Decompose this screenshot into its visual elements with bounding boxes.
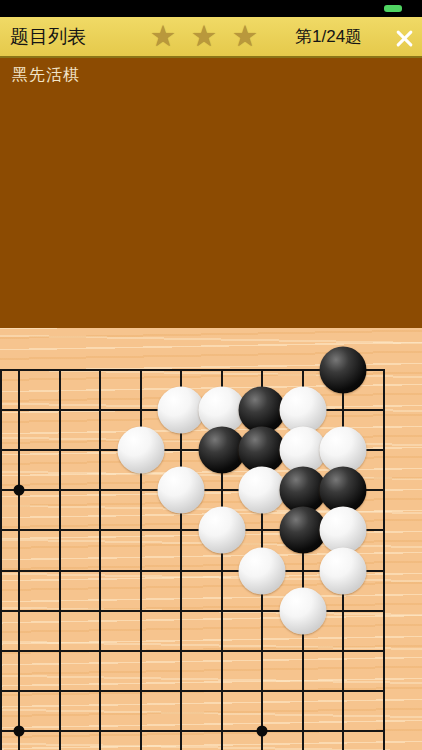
star-point [257, 725, 268, 736]
board-cell[interactable] [40, 350, 81, 390]
board-cell[interactable] [202, 390, 243, 430]
board-cell[interactable] [40, 711, 81, 750]
board-cell[interactable] [202, 510, 243, 550]
board-cell[interactable] [40, 631, 81, 671]
board-cell[interactable] [242, 591, 283, 631]
board-cell[interactable] [323, 631, 364, 671]
board-cell[interactable] [40, 671, 81, 711]
board-cell[interactable] [323, 550, 364, 590]
board-cell[interactable] [283, 430, 324, 470]
board-cell[interactable] [202, 430, 243, 470]
board-cell[interactable] [121, 711, 162, 750]
board-cell[interactable] [161, 550, 202, 590]
prompt-text: 黑先活棋 [12, 66, 80, 83]
board-cell[interactable] [80, 470, 121, 510]
difficulty-stars: ★ ★ ★ [150, 17, 258, 56]
board-cell[interactable] [80, 631, 121, 671]
board-cell[interactable] [121, 470, 162, 510]
white-stone [320, 547, 367, 594]
board-cell[interactable] [0, 510, 40, 550]
board-cell[interactable] [242, 390, 283, 430]
board-cell[interactable] [364, 711, 405, 750]
board-cell[interactable] [0, 671, 40, 711]
board-cell[interactable] [80, 591, 121, 631]
board-cell[interactable] [283, 591, 324, 631]
board-cell[interactable] [242, 711, 283, 750]
header-bar: 题目列表 ★ ★ ★ 第1/24题 [0, 17, 422, 58]
board-cell[interactable] [40, 470, 81, 510]
problem-counter: 第1/24题 [295, 17, 362, 56]
black-stone [320, 347, 367, 394]
board-cell[interactable] [161, 711, 202, 750]
board-cell[interactable] [40, 591, 81, 631]
white-stone [158, 467, 205, 514]
board-cell[interactable] [202, 350, 243, 390]
board-cell[interactable] [364, 470, 405, 510]
white-stone [117, 427, 164, 474]
board-cell[interactable] [364, 390, 405, 430]
problem-list-button[interactable]: 题目列表 [0, 17, 86, 56]
board-cell[interactable] [121, 510, 162, 550]
board-cell[interactable] [161, 430, 202, 470]
board-cell[interactable] [121, 350, 162, 390]
board-cell[interactable] [283, 550, 324, 590]
board-cell[interactable] [0, 430, 40, 470]
star-point [14, 485, 25, 496]
board-cell[interactable] [242, 510, 283, 550]
board-cell[interactable] [80, 510, 121, 550]
board-cell[interactable] [40, 510, 81, 550]
board-cell[interactable] [161, 671, 202, 711]
board-cell[interactable] [121, 591, 162, 631]
board-cell[interactable] [283, 711, 324, 750]
board-cell[interactable] [0, 470, 40, 510]
board-cell[interactable] [202, 711, 243, 750]
star-point [14, 725, 25, 736]
board-cell[interactable] [202, 591, 243, 631]
board-cell[interactable] [121, 430, 162, 470]
board-cell[interactable] [0, 631, 40, 671]
app-screen: 题目列表 ★ ★ ★ 第1/24题 黑先活棋 [0, 0, 422, 750]
board-cell[interactable] [0, 390, 40, 430]
board-cell[interactable] [80, 350, 121, 390]
board-cell[interactable] [283, 470, 324, 510]
white-stone [198, 507, 245, 554]
board-cell[interactable] [80, 430, 121, 470]
board-cell[interactable] [364, 631, 405, 671]
board-cell[interactable] [0, 550, 40, 590]
board-cell[interactable] [364, 430, 405, 470]
status-bar [0, 0, 422, 17]
board-cell[interactable] [323, 390, 364, 430]
board-cell[interactable] [323, 671, 364, 711]
board-cell[interactable] [40, 550, 81, 590]
board-cell[interactable] [40, 430, 81, 470]
board-cell[interactable] [202, 550, 243, 590]
board-cell[interactable] [283, 510, 324, 550]
battery-icon [384, 5, 402, 12]
board-cell[interactable] [364, 350, 405, 390]
board-cell[interactable] [40, 390, 81, 430]
board-cell[interactable] [80, 390, 121, 430]
board-cell[interactable] [283, 390, 324, 430]
problem-prompt-panel: 黑先活棋 [0, 58, 422, 328]
board-cell[interactable] [161, 631, 202, 671]
board-cell[interactable] [161, 591, 202, 631]
board-cell[interactable] [364, 591, 405, 631]
board-cell[interactable] [323, 350, 364, 390]
board-cell[interactable] [121, 390, 162, 430]
board-cell[interactable] [121, 631, 162, 671]
board-cell[interactable] [242, 470, 283, 510]
board-cell[interactable] [242, 631, 283, 671]
board-cell[interactable] [323, 470, 364, 510]
board-cell[interactable] [202, 470, 243, 510]
board-cell[interactable] [242, 350, 283, 390]
board-cell[interactable] [283, 671, 324, 711]
board-cell[interactable] [283, 350, 324, 390]
board-cell[interactable] [80, 671, 121, 711]
board-cell[interactable] [121, 550, 162, 590]
white-stone [239, 547, 286, 594]
star-icon: ★ [191, 22, 217, 51]
close-button[interactable] [393, 26, 417, 50]
board-cell[interactable] [323, 591, 364, 631]
board-cell[interactable] [283, 631, 324, 671]
board-cell[interactable] [0, 711, 40, 750]
board-cell[interactable] [364, 510, 405, 550]
board-cell[interactable] [364, 550, 405, 590]
star-icon: ★ [232, 22, 258, 51]
star-icon: ★ [150, 22, 176, 51]
close-icon [393, 26, 417, 50]
board-cell[interactable] [161, 510, 202, 550]
white-stone [279, 587, 326, 634]
board-cell[interactable] [80, 711, 121, 750]
board-cell[interactable] [242, 550, 283, 590]
board-cell[interactable] [242, 430, 283, 470]
board-left-edge-line [0, 370, 2, 750]
board-cell[interactable] [161, 390, 202, 430]
board-cell[interactable] [161, 470, 202, 510]
board-cell[interactable] [202, 671, 243, 711]
board-cell[interactable] [202, 631, 243, 671]
board-cell[interactable] [0, 591, 40, 631]
board-cell[interactable] [0, 350, 40, 390]
board-cell[interactable] [323, 510, 364, 550]
board-cell[interactable] [80, 550, 121, 590]
board-grid [0, 350, 404, 750]
board-cell[interactable] [242, 671, 283, 711]
go-board [0, 328, 422, 750]
board-cell[interactable] [364, 671, 405, 711]
board-cell[interactable] [161, 350, 202, 390]
board-cell[interactable] [323, 711, 364, 750]
board-cell[interactable] [121, 671, 162, 711]
board-cell[interactable] [323, 430, 364, 470]
